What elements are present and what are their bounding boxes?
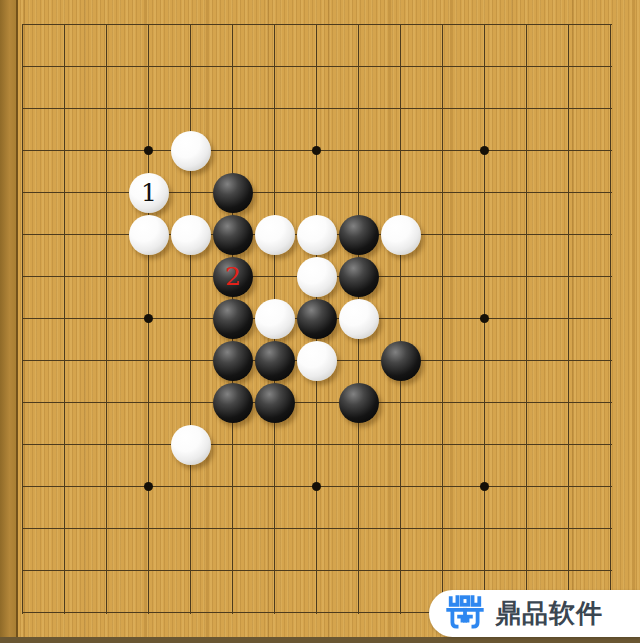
- intersection[interactable]: [128, 508, 170, 550]
- intersection[interactable]: [44, 172, 86, 214]
- intersection[interactable]: [254, 340, 296, 382]
- intersection[interactable]: [296, 382, 338, 424]
- intersection[interactable]: [86, 4, 128, 46]
- intersection[interactable]: [212, 4, 254, 46]
- grid-line-vertical: [22, 256, 23, 298]
- intersection[interactable]: [44, 466, 86, 508]
- intersection[interactable]: [86, 382, 128, 424]
- grid-line-horizontal: [170, 108, 212, 109]
- intersection[interactable]: [338, 4, 380, 46]
- grid-line-vertical: [526, 130, 527, 172]
- intersection[interactable]: [254, 424, 296, 466]
- grid-line-horizontal: [86, 276, 128, 277]
- intersection[interactable]: [128, 130, 170, 172]
- grid-line-vertical: [400, 508, 401, 550]
- intersection[interactable]: [590, 298, 632, 340]
- grid-line-horizontal: [44, 108, 86, 109]
- intersection[interactable]: [44, 46, 86, 88]
- intersection[interactable]: [44, 256, 86, 298]
- intersection[interactable]: [464, 46, 506, 88]
- intersection[interactable]: [86, 214, 128, 256]
- intersection[interactable]: [380, 256, 422, 298]
- intersection[interactable]: [86, 340, 128, 382]
- intersection[interactable]: [254, 130, 296, 172]
- intersection[interactable]: [338, 214, 380, 256]
- intersection[interactable]: [380, 172, 422, 214]
- intersection[interactable]: [2, 508, 44, 550]
- intersection[interactable]: [254, 256, 296, 298]
- grid-line-vertical: [610, 46, 611, 88]
- intersection[interactable]: [170, 424, 212, 466]
- intersection[interactable]: [128, 466, 170, 508]
- intersection[interactable]: [254, 382, 296, 424]
- intersection[interactable]: [380, 550, 422, 592]
- grid-line-horizontal: [22, 66, 44, 67]
- intersection[interactable]: [296, 172, 338, 214]
- intersection[interactable]: [590, 256, 632, 298]
- intersection[interactable]: [170, 46, 212, 88]
- grid-line-vertical: [106, 46, 107, 88]
- intersection[interactable]: [296, 592, 338, 634]
- intersection[interactable]: [338, 466, 380, 508]
- intersection[interactable]: [2, 256, 44, 298]
- intersection[interactable]: [590, 424, 632, 466]
- intersection[interactable]: [506, 130, 548, 172]
- intersection[interactable]: [296, 130, 338, 172]
- intersection[interactable]: [338, 88, 380, 130]
- intersection[interactable]: [590, 466, 632, 508]
- grid-line-vertical: [148, 46, 149, 88]
- intersection[interactable]: [590, 130, 632, 172]
- grid-line-vertical: [232, 550, 233, 592]
- intersection[interactable]: [296, 550, 338, 592]
- intersection[interactable]: [548, 4, 590, 46]
- intersection[interactable]: [2, 550, 44, 592]
- intersection[interactable]: [338, 298, 380, 340]
- intersection[interactable]: [338, 424, 380, 466]
- intersection[interactable]: [44, 508, 86, 550]
- intersection[interactable]: [464, 466, 506, 508]
- intersection[interactable]: [548, 424, 590, 466]
- grid-line-horizontal: [506, 108, 548, 109]
- grid-line-vertical: [442, 214, 443, 256]
- intersection[interactable]: [128, 214, 170, 256]
- grid-line-horizontal: [590, 66, 612, 67]
- grid-line-vertical: [358, 592, 359, 614]
- grid-line-horizontal: [422, 360, 464, 361]
- grid-line-vertical: [484, 424, 485, 466]
- grid-line-horizontal: [128, 528, 170, 529]
- intersection[interactable]: [464, 550, 506, 592]
- intersection[interactable]: [170, 214, 212, 256]
- intersection[interactable]: [170, 172, 212, 214]
- intersection[interactable]: [464, 508, 506, 550]
- intersection[interactable]: [548, 46, 590, 88]
- intersection[interactable]: [86, 130, 128, 172]
- grid-line-vertical: [190, 382, 191, 424]
- watermark-pill: 鼎品软件: [429, 590, 640, 637]
- intersection[interactable]: [254, 46, 296, 88]
- intersection[interactable]: [170, 256, 212, 298]
- intersection[interactable]: [464, 256, 506, 298]
- intersection[interactable]: [296, 4, 338, 46]
- grid-line-vertical: [148, 424, 149, 466]
- intersection[interactable]: [254, 4, 296, 46]
- grid-line-vertical: [232, 466, 233, 508]
- intersection[interactable]: [212, 550, 254, 592]
- intersection[interactable]: [44, 340, 86, 382]
- intersection[interactable]: [590, 46, 632, 88]
- intersection[interactable]: [548, 88, 590, 130]
- intersection[interactable]: [590, 4, 632, 46]
- intersection[interactable]: 1: [128, 172, 170, 214]
- intersection[interactable]: [296, 46, 338, 88]
- intersection[interactable]: 2: [212, 256, 254, 298]
- intersection[interactable]: [2, 172, 44, 214]
- intersection[interactable]: [590, 214, 632, 256]
- intersection[interactable]: [128, 592, 170, 634]
- intersection[interactable]: [464, 172, 506, 214]
- grid-line-vertical: [22, 46, 23, 88]
- intersection[interactable]: [380, 340, 422, 382]
- intersection[interactable]: [170, 298, 212, 340]
- intersection[interactable]: [44, 424, 86, 466]
- grid-line-vertical: [148, 256, 149, 298]
- intersection[interactable]: [380, 592, 422, 634]
- intersection[interactable]: [44, 88, 86, 130]
- intersection[interactable]: [548, 550, 590, 592]
- grid-line-horizontal: [128, 360, 170, 361]
- intersection[interactable]: [254, 214, 296, 256]
- intersection[interactable]: [44, 592, 86, 634]
- white-stone: [339, 299, 379, 339]
- intersection[interactable]: [380, 4, 422, 46]
- intersection[interactable]: [380, 88, 422, 130]
- intersection[interactable]: [506, 46, 548, 88]
- grid-line-vertical: [190, 466, 191, 508]
- intersection[interactable]: [548, 382, 590, 424]
- intersection[interactable]: [338, 172, 380, 214]
- intersection[interactable]: [2, 298, 44, 340]
- intersection[interactable]: [212, 382, 254, 424]
- grid-line-horizontal: [590, 402, 612, 403]
- intersection[interactable]: [296, 88, 338, 130]
- intersection[interactable]: [296, 256, 338, 298]
- intersection[interactable]: [506, 4, 548, 46]
- intersection[interactable]: [86, 550, 128, 592]
- white-stone: [297, 341, 337, 381]
- grid-line-vertical: [358, 424, 359, 466]
- intersection[interactable]: [212, 340, 254, 382]
- intersection[interactable]: [338, 550, 380, 592]
- grid-line-vertical: [484, 550, 485, 592]
- intersection[interactable]: [590, 340, 632, 382]
- intersection[interactable]: [338, 382, 380, 424]
- grid-line-horizontal: [170, 402, 212, 403]
- intersection[interactable]: [212, 592, 254, 634]
- intersection[interactable]: [296, 298, 338, 340]
- grid-line-vertical: [64, 508, 65, 550]
- intersection[interactable]: [2, 592, 44, 634]
- intersection[interactable]: [212, 466, 254, 508]
- intersection[interactable]: [590, 382, 632, 424]
- intersection[interactable]: [170, 550, 212, 592]
- intersection[interactable]: [86, 172, 128, 214]
- grid-line-horizontal: [22, 318, 44, 319]
- intersection[interactable]: [212, 508, 254, 550]
- intersection[interactable]: [296, 466, 338, 508]
- intersection[interactable]: [548, 172, 590, 214]
- intersection[interactable]: [422, 256, 464, 298]
- intersection[interactable]: [506, 340, 548, 382]
- intersection[interactable]: [296, 508, 338, 550]
- grid-line-horizontal: [380, 276, 422, 277]
- grid-line-vertical: [274, 172, 275, 214]
- intersection[interactable]: [254, 466, 296, 508]
- intersection[interactable]: [254, 298, 296, 340]
- intersection[interactable]: [2, 88, 44, 130]
- intersection[interactable]: [338, 256, 380, 298]
- intersection[interactable]: [2, 424, 44, 466]
- intersection[interactable]: [380, 298, 422, 340]
- grid-line-vertical: [316, 24, 317, 46]
- intersection[interactable]: [128, 88, 170, 130]
- intersection[interactable]: [590, 172, 632, 214]
- intersection[interactable]: [44, 4, 86, 46]
- grid-line-vertical: [400, 24, 401, 46]
- intersection[interactable]: [170, 592, 212, 634]
- intersection[interactable]: [44, 550, 86, 592]
- grid-line-vertical: [190, 550, 191, 592]
- grid-line-horizontal: [296, 108, 338, 109]
- move-number-label: 1: [141, 173, 157, 213]
- intersection[interactable]: [212, 172, 254, 214]
- intersection[interactable]: [422, 382, 464, 424]
- grid-line-vertical: [484, 214, 485, 256]
- grid-line-vertical: [400, 592, 401, 614]
- intersection[interactable]: [506, 466, 548, 508]
- intersection[interactable]: [422, 46, 464, 88]
- intersection[interactable]: [212, 214, 254, 256]
- grid-line-vertical: [106, 424, 107, 466]
- intersection[interactable]: [464, 130, 506, 172]
- intersection[interactable]: [464, 298, 506, 340]
- grid-line-vertical: [442, 256, 443, 298]
- intersection[interactable]: [170, 340, 212, 382]
- intersection[interactable]: [2, 46, 44, 88]
- intersection[interactable]: [380, 466, 422, 508]
- intersection[interactable]: [380, 382, 422, 424]
- intersection[interactable]: [86, 256, 128, 298]
- grid-line-vertical: [22, 172, 23, 214]
- intersection[interactable]: [506, 424, 548, 466]
- intersection[interactable]: [170, 130, 212, 172]
- intersection[interactable]: [86, 424, 128, 466]
- intersection[interactable]: [464, 424, 506, 466]
- intersection[interactable]: [422, 130, 464, 172]
- intersection[interactable]: [506, 256, 548, 298]
- grid-line-vertical: [358, 340, 359, 382]
- grid-line-vertical: [148, 88, 149, 130]
- intersection[interactable]: [254, 592, 296, 634]
- intersection[interactable]: [506, 550, 548, 592]
- intersection[interactable]: [422, 214, 464, 256]
- intersection[interactable]: [254, 550, 296, 592]
- grid-line-horizontal: [464, 192, 506, 193]
- intersection[interactable]: [86, 508, 128, 550]
- intersection[interactable]: [212, 88, 254, 130]
- intersection[interactable]: [422, 298, 464, 340]
- intersection[interactable]: [506, 172, 548, 214]
- black-stone: [339, 257, 379, 297]
- grid-line-vertical: [358, 550, 359, 592]
- intersection[interactable]: [128, 340, 170, 382]
- grid-line-horizontal: [86, 24, 128, 25]
- intersection[interactable]: [44, 214, 86, 256]
- intersection[interactable]: [338, 508, 380, 550]
- intersection[interactable]: [338, 130, 380, 172]
- grid-line-horizontal: [128, 24, 170, 25]
- intersection[interactable]: [380, 130, 422, 172]
- intersection[interactable]: [170, 88, 212, 130]
- intersection[interactable]: [548, 130, 590, 172]
- grid-line-vertical: [106, 214, 107, 256]
- grid-line-vertical: [442, 508, 443, 550]
- grid-line-vertical: [442, 424, 443, 466]
- intersection[interactable]: [128, 550, 170, 592]
- intersection[interactable]: [128, 4, 170, 46]
- intersection[interactable]: [128, 424, 170, 466]
- intersection[interactable]: [464, 382, 506, 424]
- intersection[interactable]: [2, 130, 44, 172]
- black-stone: [297, 299, 337, 339]
- intersection[interactable]: [548, 508, 590, 550]
- intersection[interactable]: [128, 46, 170, 88]
- intersection[interactable]: [464, 88, 506, 130]
- intersection[interactable]: [422, 508, 464, 550]
- intersection[interactable]: [548, 298, 590, 340]
- intersection[interactable]: [590, 88, 632, 130]
- intersection[interactable]: [506, 214, 548, 256]
- grid-line-vertical: [316, 382, 317, 424]
- intersection[interactable]: [548, 214, 590, 256]
- intersection[interactable]: [128, 256, 170, 298]
- intersection[interactable]: [2, 466, 44, 508]
- intersection[interactable]: [422, 340, 464, 382]
- grid-line-horizontal: [296, 24, 338, 25]
- grid-line-vertical: [568, 550, 569, 592]
- intersection[interactable]: [338, 46, 380, 88]
- intersection[interactable]: [212, 130, 254, 172]
- intersection[interactable]: [422, 550, 464, 592]
- star-point: [312, 482, 321, 491]
- intersection[interactable]: [422, 4, 464, 46]
- intersection[interactable]: [128, 382, 170, 424]
- intersection[interactable]: [338, 340, 380, 382]
- grid-line-vertical: [64, 172, 65, 214]
- intersection[interactable]: [590, 550, 632, 592]
- intersection[interactable]: [212, 298, 254, 340]
- intersection[interactable]: [506, 382, 548, 424]
- intersection[interactable]: [548, 340, 590, 382]
- intersection[interactable]: [254, 172, 296, 214]
- intersection[interactable]: [422, 424, 464, 466]
- intersection[interactable]: [212, 46, 254, 88]
- grid-line-horizontal: [464, 234, 506, 235]
- intersection[interactable]: [296, 424, 338, 466]
- grid-line-horizontal: [44, 66, 86, 67]
- intersection[interactable]: [44, 298, 86, 340]
- intersection[interactable]: [506, 88, 548, 130]
- intersection[interactable]: [170, 382, 212, 424]
- intersection[interactable]: [170, 466, 212, 508]
- intersection[interactable]: [86, 466, 128, 508]
- intersection[interactable]: [506, 508, 548, 550]
- grid-line-horizontal: [22, 528, 44, 529]
- intersection[interactable]: [170, 508, 212, 550]
- intersection[interactable]: [590, 508, 632, 550]
- intersection[interactable]: [254, 88, 296, 130]
- intersection[interactable]: [422, 466, 464, 508]
- grid-line-vertical: [22, 340, 23, 382]
- intersection[interactable]: [422, 172, 464, 214]
- intersection[interactable]: [2, 4, 44, 46]
- intersection[interactable]: [338, 592, 380, 634]
- intersection[interactable]: [44, 382, 86, 424]
- grid-line-horizontal: [590, 276, 612, 277]
- intersection[interactable]: [2, 214, 44, 256]
- intersection[interactable]: [548, 256, 590, 298]
- grid-line-vertical: [22, 130, 23, 172]
- intersection[interactable]: [296, 214, 338, 256]
- intersection[interactable]: [422, 88, 464, 130]
- intersection[interactable]: [380, 508, 422, 550]
- intersection[interactable]: [548, 466, 590, 508]
- intersection[interactable]: [464, 214, 506, 256]
- grid-line-horizontal: [506, 570, 548, 571]
- intersection[interactable]: [86, 46, 128, 88]
- intersection[interactable]: [464, 4, 506, 46]
- intersection[interactable]: [170, 4, 212, 46]
- intersection[interactable]: [380, 214, 422, 256]
- grid-line-horizontal: [86, 486, 128, 487]
- grid-line-horizontal: [86, 612, 128, 613]
- intersection[interactable]: [2, 382, 44, 424]
- grid-line-vertical: [526, 340, 527, 382]
- intersection[interactable]: [296, 340, 338, 382]
- grid-line-vertical: [484, 382, 485, 424]
- move-number-label: 2: [225, 257, 241, 297]
- intersection[interactable]: [2, 340, 44, 382]
- grid-line-horizontal: [212, 150, 254, 151]
- grid-line-horizontal: [338, 444, 380, 445]
- intersection[interactable]: [506, 298, 548, 340]
- intersection[interactable]: [254, 508, 296, 550]
- grid-line-vertical: [526, 508, 527, 550]
- intersection[interactable]: [380, 424, 422, 466]
- intersection[interactable]: [464, 340, 506, 382]
- intersection[interactable]: [128, 298, 170, 340]
- intersection[interactable]: [44, 130, 86, 172]
- white-stone: [297, 215, 337, 255]
- intersection[interactable]: [86, 592, 128, 634]
- grid-line-horizontal: [506, 66, 548, 67]
- grid-line-horizontal: [254, 486, 296, 487]
- intersection[interactable]: [86, 298, 128, 340]
- intersection[interactable]: [212, 424, 254, 466]
- intersection[interactable]: [380, 46, 422, 88]
- intersection[interactable]: [86, 88, 128, 130]
